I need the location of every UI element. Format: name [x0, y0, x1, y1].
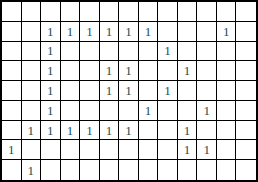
grid-cell — [80, 140, 100, 160]
grid-cell — [178, 101, 198, 121]
grid-cell: 1 — [178, 61, 198, 81]
grid-cell — [2, 2, 22, 22]
grid-cell: 1 — [139, 22, 159, 42]
grid-cell — [236, 160, 256, 180]
grid-cell — [100, 42, 120, 62]
grid-cell: 1 — [100, 121, 120, 141]
grid-cell — [2, 160, 22, 180]
grid-cell — [217, 2, 237, 22]
grid-cell — [2, 81, 22, 101]
grid-cell — [119, 2, 139, 22]
grid-cell — [217, 140, 237, 160]
grid-cell: 1 — [80, 22, 100, 42]
grid-cell — [236, 81, 256, 101]
grid-cell — [61, 61, 81, 81]
grid-cell: 1 — [158, 81, 178, 101]
grid-cell: 1 — [100, 81, 120, 101]
grid-cell — [22, 22, 42, 42]
grid-cell: 1 — [178, 121, 198, 141]
grid-cell — [139, 2, 159, 22]
grid-cell — [236, 42, 256, 62]
grid-cell — [22, 81, 42, 101]
grid-cell — [100, 140, 120, 160]
grid-cell — [22, 140, 42, 160]
grid-cell: 1 — [61, 121, 81, 141]
grid-cell: 1 — [119, 22, 139, 42]
grid-cell — [119, 42, 139, 62]
grid-cell — [80, 2, 100, 22]
grid-cell — [2, 121, 22, 141]
grid-cell — [139, 61, 159, 81]
grid-cell — [119, 160, 139, 180]
grid-cell — [61, 81, 81, 101]
grid-cell — [100, 101, 120, 121]
grid-cell: 1 — [100, 22, 120, 42]
grid-cell: 1 — [41, 22, 61, 42]
grid-cell — [100, 2, 120, 22]
grid-cell — [217, 160, 237, 180]
grid-cell — [178, 42, 198, 62]
grid-cell: 1 — [41, 101, 61, 121]
grid-cell — [158, 140, 178, 160]
grid-cell: 1 — [197, 140, 217, 160]
grid-cell: 1 — [41, 121, 61, 141]
grid-cell: 1 — [41, 61, 61, 81]
grid-cell: 1 — [80, 121, 100, 141]
grid-cell: 1 — [119, 61, 139, 81]
grid-cell — [41, 140, 61, 160]
grid-cell — [236, 61, 256, 81]
grid-cell — [178, 160, 198, 180]
grid-cell — [158, 2, 178, 22]
grid-cell — [197, 81, 217, 101]
grid-cell — [2, 42, 22, 62]
grid-cell — [139, 81, 159, 101]
grid-cell — [139, 121, 159, 141]
grid-cell — [178, 22, 198, 42]
grid-cell: 1 — [100, 61, 120, 81]
grid-cell — [197, 160, 217, 180]
grid-cell — [119, 140, 139, 160]
grid-cell — [158, 61, 178, 81]
grid-cell — [100, 160, 120, 180]
grid-cell — [217, 101, 237, 121]
grid-cell — [22, 101, 42, 121]
grid-cell — [61, 2, 81, 22]
grid-cell — [22, 2, 42, 22]
grid-cell — [119, 101, 139, 121]
grid-cell — [80, 81, 100, 101]
grid-cell: 1 — [158, 42, 178, 62]
grid-cell: 1 — [178, 140, 198, 160]
grid-cell — [41, 2, 61, 22]
puzzle-grid: 1111111111111111111111111111111 — [0, 0, 258, 182]
grid-cell — [2, 22, 22, 42]
grid-cell — [61, 42, 81, 62]
grid-cell: 1 — [41, 42, 61, 62]
grid-cell — [2, 61, 22, 81]
grid-cell — [236, 140, 256, 160]
grid-cell: 1 — [2, 140, 22, 160]
grid-cell — [41, 160, 61, 180]
grid-cell — [61, 160, 81, 180]
grid-cell — [158, 22, 178, 42]
grid-cell — [80, 101, 100, 121]
grid-cell — [197, 61, 217, 81]
grid-cell — [217, 121, 237, 141]
grid-cell: 1 — [22, 160, 42, 180]
grid-cell — [80, 61, 100, 81]
grid-cell — [2, 101, 22, 121]
grid-cell — [178, 2, 198, 22]
grid-cell: 1 — [61, 22, 81, 42]
grid-cell — [158, 121, 178, 141]
grid-cell — [197, 121, 217, 141]
grid-cell: 1 — [197, 101, 217, 121]
grid-cell: 1 — [119, 121, 139, 141]
grid-cell — [217, 61, 237, 81]
grid-cell — [236, 101, 256, 121]
grid-cell — [236, 22, 256, 42]
grid-cell — [139, 140, 159, 160]
grid-cell — [217, 42, 237, 62]
grid-cell — [80, 160, 100, 180]
grid-cell — [139, 42, 159, 62]
grid-cell: 1 — [119, 81, 139, 101]
grid-cell — [22, 61, 42, 81]
grid-cell — [80, 42, 100, 62]
grid-cell — [197, 42, 217, 62]
grid-cell — [61, 140, 81, 160]
grid-cell — [217, 81, 237, 101]
grid-cell: 1 — [139, 101, 159, 121]
grid-cell — [236, 121, 256, 141]
grid-cell — [197, 22, 217, 42]
grid-cell — [139, 160, 159, 180]
grid-cell — [236, 2, 256, 22]
grid-cell — [197, 2, 217, 22]
grid-cell: 1 — [41, 81, 61, 101]
grid-cell: 1 — [217, 22, 237, 42]
grid-cell — [158, 101, 178, 121]
grid-cell — [158, 160, 178, 180]
grid-cell: 1 — [22, 121, 42, 141]
grid-cell — [178, 81, 198, 101]
grid-cell — [22, 42, 42, 62]
grid-cell — [61, 101, 81, 121]
